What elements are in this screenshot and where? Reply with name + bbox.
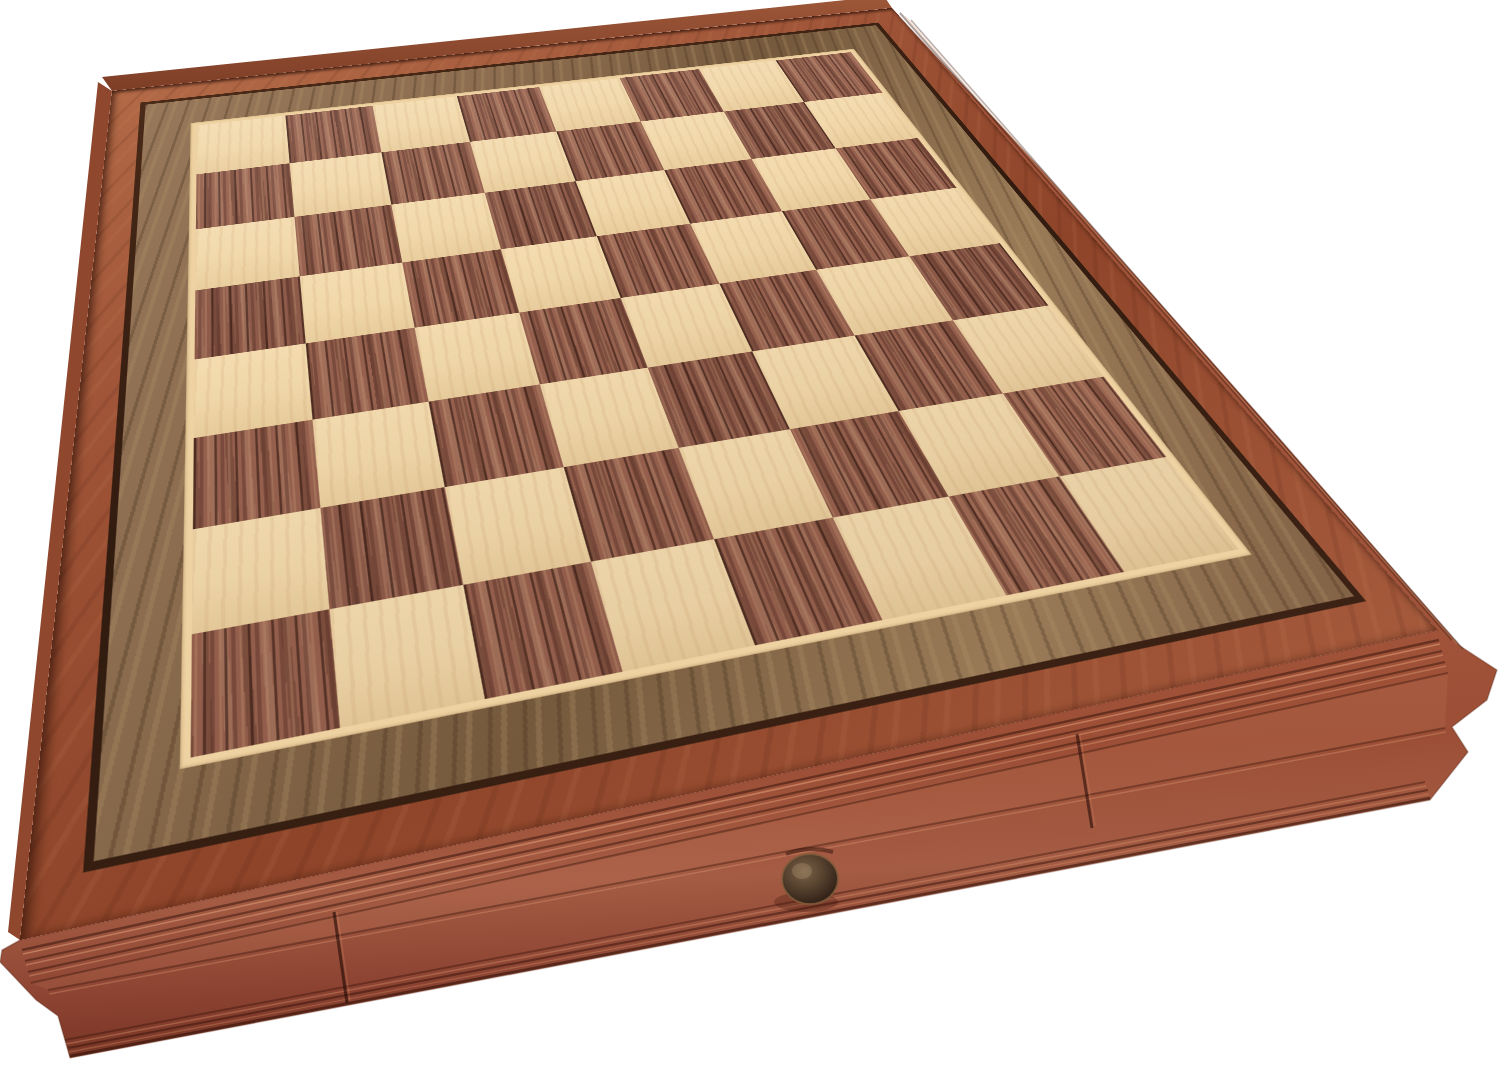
chess-board-product-photo	[0, 0, 1500, 1074]
